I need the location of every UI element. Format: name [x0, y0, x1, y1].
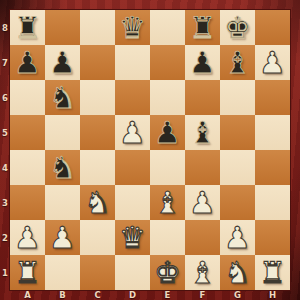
- square-a1[interactable]: ♜: [10, 255, 45, 290]
- piece-white-knight-c3[interactable]: ♞: [84, 185, 111, 220]
- square-d7[interactable]: [115, 45, 150, 80]
- square-e7[interactable]: [150, 45, 185, 80]
- piece-white-king-e1[interactable]: ♚: [154, 255, 181, 290]
- square-f1[interactable]: ♝: [185, 255, 220, 290]
- square-f5[interactable]: ♝: [185, 115, 220, 150]
- square-g6[interactable]: [220, 80, 255, 115]
- square-e8[interactable]: [150, 10, 185, 45]
- square-g3[interactable]: [220, 185, 255, 220]
- square-a8[interactable]: ♜: [10, 10, 45, 45]
- piece-black-pawn-e5[interactable]: ♟: [154, 115, 181, 150]
- file-label-f: F: [185, 290, 220, 300]
- piece-black-pawn-a7[interactable]: ♟: [14, 45, 41, 80]
- square-b6[interactable]: ♞: [45, 80, 80, 115]
- square-c8[interactable]: [80, 10, 115, 45]
- square-a3[interactable]: [10, 185, 45, 220]
- square-b7[interactable]: ♟: [45, 45, 80, 80]
- square-e5[interactable]: ♟: [150, 115, 185, 150]
- square-d6[interactable]: [115, 80, 150, 115]
- square-h6[interactable]: [255, 80, 290, 115]
- file-label-g: G: [220, 290, 255, 300]
- square-d1[interactable]: [115, 255, 150, 290]
- square-a6[interactable]: [10, 80, 45, 115]
- piece-black-queen-d8[interactable]: ♛: [119, 10, 146, 45]
- square-e6[interactable]: [150, 80, 185, 115]
- square-c3[interactable]: ♞: [80, 185, 115, 220]
- piece-black-rook-a8[interactable]: ♜: [14, 10, 41, 45]
- square-g7[interactable]: ♝: [220, 45, 255, 80]
- piece-white-pawn-b2[interactable]: ♟: [49, 220, 76, 255]
- file-labels: ABCDEFGH: [10, 290, 290, 300]
- file-label-c: C: [80, 290, 115, 300]
- piece-white-knight-g1[interactable]: ♞: [224, 255, 251, 290]
- piece-white-pawn-a2[interactable]: ♟: [14, 220, 41, 255]
- rank-label-5: 5: [0, 115, 10, 150]
- rank-label-1: 1: [0, 255, 10, 290]
- rank-labels: 87654321: [0, 10, 10, 290]
- square-d4[interactable]: [115, 150, 150, 185]
- board: ♜♛♜♚♟♟♟♝♟♞♟♟♝♞♞♝♟♟♟♛♟♜♚♝♞♜: [10, 10, 290, 290]
- square-e1[interactable]: ♚: [150, 255, 185, 290]
- square-f2[interactable]: [185, 220, 220, 255]
- square-c4[interactable]: [80, 150, 115, 185]
- square-f7[interactable]: ♟: [185, 45, 220, 80]
- square-h5[interactable]: [255, 115, 290, 150]
- square-f8[interactable]: ♜: [185, 10, 220, 45]
- piece-black-rook-f8[interactable]: ♜: [189, 10, 216, 45]
- square-a2[interactable]: ♟: [10, 220, 45, 255]
- rank-label-3: 3: [0, 185, 10, 220]
- square-d2[interactable]: ♛: [115, 220, 150, 255]
- square-b1[interactable]: [45, 255, 80, 290]
- square-f4[interactable]: [185, 150, 220, 185]
- square-h2[interactable]: [255, 220, 290, 255]
- piece-black-knight-b4[interactable]: ♞: [49, 150, 76, 185]
- piece-black-king-g8[interactable]: ♚: [224, 10, 251, 45]
- square-a4[interactable]: [10, 150, 45, 185]
- piece-white-queen-d2[interactable]: ♛: [119, 220, 146, 255]
- piece-white-pawn-f3[interactable]: ♟: [189, 185, 216, 220]
- square-c1[interactable]: [80, 255, 115, 290]
- square-c5[interactable]: [80, 115, 115, 150]
- file-label-d: D: [115, 290, 150, 300]
- file-label-h: H: [255, 290, 290, 300]
- piece-white-bishop-e3[interactable]: ♝: [154, 185, 181, 220]
- piece-white-pawn-d5[interactable]: ♟: [119, 115, 146, 150]
- square-g8[interactable]: ♚: [220, 10, 255, 45]
- square-h7[interactable]: ♟: [255, 45, 290, 80]
- square-b3[interactable]: [45, 185, 80, 220]
- square-h4[interactable]: [255, 150, 290, 185]
- piece-white-rook-a1[interactable]: ♜: [14, 255, 41, 290]
- square-g1[interactable]: ♞: [220, 255, 255, 290]
- piece-black-pawn-f7[interactable]: ♟: [189, 45, 216, 80]
- square-h8[interactable]: [255, 10, 290, 45]
- square-e4[interactable]: [150, 150, 185, 185]
- square-f3[interactable]: ♟: [185, 185, 220, 220]
- square-d5[interactable]: ♟: [115, 115, 150, 150]
- file-label-e: E: [150, 290, 185, 300]
- rank-label-8: 8: [0, 10, 10, 45]
- square-b8[interactable]: [45, 10, 80, 45]
- piece-black-bishop-g7[interactable]: ♝: [224, 45, 251, 80]
- rank-label-2: 2: [0, 220, 10, 255]
- square-a7[interactable]: ♟: [10, 45, 45, 80]
- file-label-b: B: [45, 290, 80, 300]
- square-c6[interactable]: [80, 80, 115, 115]
- square-f6[interactable]: [185, 80, 220, 115]
- square-h1[interactable]: ♜: [255, 255, 290, 290]
- square-c7[interactable]: [80, 45, 115, 80]
- piece-white-pawn-h7[interactable]: ♟: [259, 45, 286, 80]
- piece-black-knight-b6[interactable]: ♞: [49, 80, 76, 115]
- square-a5[interactable]: [10, 115, 45, 150]
- square-b5[interactable]: [45, 115, 80, 150]
- rank-label-4: 4: [0, 150, 10, 185]
- piece-black-bishop-f5[interactable]: ♝: [189, 115, 216, 150]
- square-g4[interactable]: [220, 150, 255, 185]
- piece-white-rook-h1[interactable]: ♜: [259, 255, 286, 290]
- chess-board-frame: 87654321 ♜♛♜♚♟♟♟♝♟♞♟♟♝♞♞♝♟♟♟♛♟♜♚♝♞♜ ABCD…: [0, 0, 300, 300]
- piece-white-pawn-g2[interactable]: ♟: [224, 220, 251, 255]
- square-e2[interactable]: [150, 220, 185, 255]
- piece-black-pawn-b7[interactable]: ♟: [49, 45, 76, 80]
- file-label-a: A: [10, 290, 45, 300]
- square-h3[interactable]: [255, 185, 290, 220]
- square-b4[interactable]: ♞: [45, 150, 80, 185]
- square-g2[interactable]: ♟: [220, 220, 255, 255]
- piece-white-bishop-f1[interactable]: ♝: [189, 255, 216, 290]
- square-c2[interactable]: [80, 220, 115, 255]
- square-d3[interactable]: [115, 185, 150, 220]
- square-d8[interactable]: ♛: [115, 10, 150, 45]
- square-g5[interactable]: [220, 115, 255, 150]
- rank-label-6: 6: [0, 80, 10, 115]
- rank-label-7: 7: [0, 45, 10, 80]
- square-b2[interactable]: ♟: [45, 220, 80, 255]
- square-e3[interactable]: ♝: [150, 185, 185, 220]
